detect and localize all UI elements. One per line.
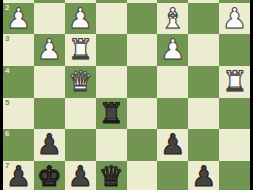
square-c5[interactable] (157, 98, 188, 130)
piece-white-queen-f4[interactable]: ♛ (65, 66, 96, 98)
rank-label-7: 7 (5, 162, 9, 170)
square-b3[interactable] (188, 34, 219, 66)
square-c3[interactable]: ♟ (157, 34, 188, 66)
square-a4[interactable]: ♜ (219, 66, 250, 98)
square-e2[interactable] (96, 3, 127, 35)
piece-black-pawn-b7[interactable]: ♟ (188, 161, 219, 190)
square-g2[interactable] (34, 3, 65, 35)
piece-white-bishop-c2[interactable]: ♝ (157, 3, 188, 35)
rank-label-2: 2 (5, 4, 9, 12)
square-h5[interactable]: 5 (3, 98, 34, 130)
square-e4[interactable] (96, 66, 127, 98)
piece-black-queen-e7[interactable]: ♛ (96, 161, 127, 190)
square-b6[interactable] (188, 129, 219, 161)
square-h6[interactable]: 6 (3, 129, 34, 161)
square-c4[interactable] (157, 66, 188, 98)
rank-label-6: 6 (5, 130, 9, 138)
square-a2[interactable]: ♟ (219, 3, 250, 35)
square-g5[interactable] (34, 98, 65, 130)
piece-black-pawn-g6[interactable]: ♟ (34, 129, 65, 161)
square-b4[interactable] (188, 66, 219, 98)
square-g7[interactable]: ♚ (34, 161, 65, 190)
square-f5[interactable] (65, 98, 96, 130)
square-g6[interactable]: ♟ (34, 129, 65, 161)
square-c7[interactable] (157, 161, 188, 190)
square-g4[interactable] (34, 66, 65, 98)
square-d7[interactable] (127, 161, 158, 190)
square-h3[interactable]: 3 (3, 34, 34, 66)
square-f2[interactable]: ♟ (65, 3, 96, 35)
piece-black-pawn-f7[interactable]: ♟ (65, 161, 96, 190)
square-b5[interactable] (188, 98, 219, 130)
piece-white-rook-a4[interactable]: ♜ (219, 66, 250, 98)
rank-label-3: 3 (5, 35, 9, 43)
square-d5[interactable] (127, 98, 158, 130)
rank-label-5: 5 (5, 99, 9, 107)
square-a3[interactable] (219, 34, 250, 66)
piece-white-pawn-f2[interactable]: ♟ (65, 3, 96, 35)
square-g3[interactable]: ♟ (34, 34, 65, 66)
square-f7[interactable]: ♟ (65, 161, 96, 190)
square-h7[interactable]: 7♟ (3, 161, 34, 190)
square-a7[interactable] (219, 161, 250, 190)
chessboard-crop: 2♟♟♝♟3♟♜♟4♛♜5♜6♟♟7♟♚♟♛♟ (0, 0, 253, 190)
square-e6[interactable] (96, 129, 127, 161)
square-f3[interactable]: ♜ (65, 34, 96, 66)
square-h2[interactable]: 2♟ (3, 3, 34, 35)
piece-white-rook-f3[interactable]: ♜ (65, 34, 96, 66)
square-h4[interactable]: 4 (3, 66, 34, 98)
square-d6[interactable] (127, 129, 158, 161)
piece-white-pawn-c3[interactable]: ♟ (157, 34, 188, 66)
square-b7[interactable]: ♟ (188, 161, 219, 190)
square-f4[interactable]: ♛ (65, 66, 96, 98)
piece-black-king-g7[interactable]: ♚ (34, 161, 65, 190)
square-e7[interactable]: ♛ (96, 161, 127, 190)
square-c6[interactable]: ♟ (157, 129, 188, 161)
square-a6[interactable] (219, 129, 250, 161)
chess-board[interactable]: 2♟♟♝♟3♟♜♟4♛♜5♜6♟♟7♟♚♟♛♟ (3, 0, 250, 190)
square-f6[interactable] (65, 129, 96, 161)
rank-label-4: 4 (5, 67, 9, 75)
piece-white-pawn-a2[interactable]: ♟ (219, 3, 250, 35)
square-a5[interactable] (219, 98, 250, 130)
square-e3[interactable] (96, 34, 127, 66)
square-d3[interactable] (127, 34, 158, 66)
square-d2[interactable] (127, 3, 158, 35)
piece-black-rook-e5[interactable]: ♜ (96, 98, 127, 130)
square-d4[interactable] (127, 66, 158, 98)
piece-white-pawn-g3[interactable]: ♟ (34, 34, 65, 66)
piece-black-pawn-c6[interactable]: ♟ (157, 129, 188, 161)
square-e5[interactable]: ♜ (96, 98, 127, 130)
square-b2[interactable] (188, 3, 219, 35)
square-c2[interactable]: ♝ (157, 3, 188, 35)
